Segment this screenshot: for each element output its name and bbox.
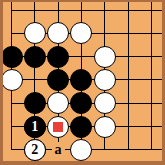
white-stone: [70, 139, 92, 161]
red-square-marker: [53, 122, 63, 132]
black-stone: [1, 46, 23, 68]
black-stone: [70, 92, 92, 114]
diagram-frame-top: [0, 0, 165, 2]
diagram-frame-left: [0, 0, 3, 165]
move-1-stone: 1: [24, 116, 46, 138]
white-stone: [94, 46, 116, 68]
move-2-stone: 2: [24, 139, 46, 161]
black-stone: [47, 69, 69, 91]
diagram-frame-bottom: [0, 161, 165, 165]
grid-line-vertical: [128, 0, 129, 150]
black-stone: [70, 69, 92, 91]
point-label-a: a: [52, 142, 65, 157]
diagram-frame-right: [162, 0, 165, 165]
black-stone: [70, 116, 92, 138]
black-stone: [47, 46, 69, 68]
grid-line-horizontal: [11, 10, 165, 11]
white-stone: [94, 69, 116, 91]
move-number-label: 2: [31, 142, 38, 156]
grid-line-vertical: [151, 0, 152, 150]
white-stone: [47, 22, 69, 44]
black-stone: [24, 46, 46, 68]
black-stone: [24, 92, 46, 114]
move-number-label: 1: [31, 119, 38, 133]
go-board-diagram: 12a: [0, 0, 165, 165]
white-stone: [70, 22, 92, 44]
white-stone: [47, 92, 69, 114]
white-stone: [24, 22, 46, 44]
white-stone: [1, 69, 23, 91]
white-stone: [94, 92, 116, 114]
white-stone: [94, 116, 116, 138]
